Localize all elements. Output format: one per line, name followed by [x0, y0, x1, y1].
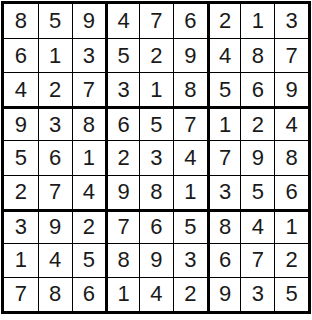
cell-r9c8[interactable]: 3	[240, 277, 274, 311]
cell-r6c2[interactable]: 7	[38, 175, 72, 209]
cell-r4c7[interactable]: 1	[207, 106, 241, 140]
cell-r2c7[interactable]: 4	[207, 38, 241, 72]
cell-r7c8[interactable]: 4	[240, 209, 274, 243]
cell-r1c6[interactable]: 6	[173, 4, 207, 38]
cell-r6c7[interactable]: 3	[207, 175, 241, 209]
cell-r6c8[interactable]: 5	[240, 175, 274, 209]
cell-r2c2[interactable]: 1	[38, 38, 72, 72]
cell-r6c5[interactable]: 8	[139, 175, 173, 209]
cell-r1c2[interactable]: 5	[38, 4, 72, 38]
cell-r6c3[interactable]: 4	[72, 175, 106, 209]
cell-r4c1[interactable]: 9	[4, 106, 38, 140]
cell-r9c2[interactable]: 8	[38, 277, 72, 311]
cell-r8c4[interactable]: 8	[105, 243, 139, 277]
cell-r3c7[interactable]: 5	[207, 72, 241, 106]
cell-r2c8[interactable]: 8	[240, 38, 274, 72]
cell-r7c1[interactable]: 3	[4, 209, 38, 243]
cell-r4c2[interactable]: 3	[38, 106, 72, 140]
cell-r4c9[interactable]: 4	[274, 106, 308, 140]
cell-r5c9[interactable]: 8	[274, 140, 308, 174]
cell-r2c9[interactable]: 7	[274, 38, 308, 72]
cell-r1c8[interactable]: 1	[240, 4, 274, 38]
cell-r9c6[interactable]: 2	[173, 277, 207, 311]
cell-r1c7[interactable]: 2	[207, 4, 241, 38]
cell-r6c4[interactable]: 9	[105, 175, 139, 209]
cell-r5c5[interactable]: 3	[139, 140, 173, 174]
cell-r9c9[interactable]: 5	[274, 277, 308, 311]
cell-r2c3[interactable]: 3	[72, 38, 106, 72]
cell-r2c4[interactable]: 5	[105, 38, 139, 72]
cell-r9c3[interactable]: 6	[72, 277, 106, 311]
cell-r5c6[interactable]: 4	[173, 140, 207, 174]
cell-r9c7[interactable]: 9	[207, 277, 241, 311]
cell-r9c4[interactable]: 1	[105, 277, 139, 311]
cell-r3c5[interactable]: 1	[139, 72, 173, 106]
cell-r4c6[interactable]: 7	[173, 106, 207, 140]
cell-r7c2[interactable]: 9	[38, 209, 72, 243]
cell-r1c1[interactable]: 8	[4, 4, 38, 38]
cell-r3c9[interactable]: 9	[274, 72, 308, 106]
cell-r8c5[interactable]: 9	[139, 243, 173, 277]
cell-r5c4[interactable]: 2	[105, 140, 139, 174]
cell-r4c4[interactable]: 6	[105, 106, 139, 140]
cell-r5c8[interactable]: 9	[240, 140, 274, 174]
cell-r7c4[interactable]: 7	[105, 209, 139, 243]
cell-r3c3[interactable]: 7	[72, 72, 106, 106]
cell-r6c9[interactable]: 6	[274, 175, 308, 209]
cell-r5c3[interactable]: 1	[72, 140, 106, 174]
cell-r7c9[interactable]: 1	[274, 209, 308, 243]
cell-r8c3[interactable]: 5	[72, 243, 106, 277]
cell-r8c1[interactable]: 1	[4, 243, 38, 277]
cell-r1c4[interactable]: 4	[105, 4, 139, 38]
cell-r7c6[interactable]: 5	[173, 209, 207, 243]
cell-r7c3[interactable]: 2	[72, 209, 106, 243]
cell-r5c7[interactable]: 7	[207, 140, 241, 174]
cell-r4c3[interactable]: 8	[72, 106, 106, 140]
cell-r3c1[interactable]: 4	[4, 72, 38, 106]
cell-r8c9[interactable]: 2	[274, 243, 308, 277]
cell-r3c4[interactable]: 3	[105, 72, 139, 106]
cell-r2c5[interactable]: 2	[139, 38, 173, 72]
cell-r8c8[interactable]: 7	[240, 243, 274, 277]
cell-r2c6[interactable]: 9	[173, 38, 207, 72]
cell-r8c2[interactable]: 4	[38, 243, 72, 277]
cell-r1c9[interactable]: 3	[274, 4, 308, 38]
cell-r8c7[interactable]: 6	[207, 243, 241, 277]
cell-r6c1[interactable]: 2	[4, 175, 38, 209]
cell-r7c5[interactable]: 6	[139, 209, 173, 243]
sudoku-board: 8594762136135294874273185699386571245612…	[1, 1, 311, 314]
cell-r7c7[interactable]: 8	[207, 209, 241, 243]
cell-r3c2[interactable]: 2	[38, 72, 72, 106]
cell-r4c8[interactable]: 2	[240, 106, 274, 140]
cell-r1c3[interactable]: 9	[72, 4, 106, 38]
cell-r2c1[interactable]: 6	[4, 38, 38, 72]
cell-r5c1[interactable]: 5	[4, 140, 38, 174]
cell-r5c2[interactable]: 6	[38, 140, 72, 174]
cell-r8c6[interactable]: 3	[173, 243, 207, 277]
cell-r3c6[interactable]: 8	[173, 72, 207, 106]
cell-r9c5[interactable]: 4	[139, 277, 173, 311]
cell-r6c6[interactable]: 1	[173, 175, 207, 209]
cell-r9c1[interactable]: 7	[4, 277, 38, 311]
cell-r3c8[interactable]: 6	[240, 72, 274, 106]
cell-r1c5[interactable]: 7	[139, 4, 173, 38]
cell-r4c5[interactable]: 5	[139, 106, 173, 140]
